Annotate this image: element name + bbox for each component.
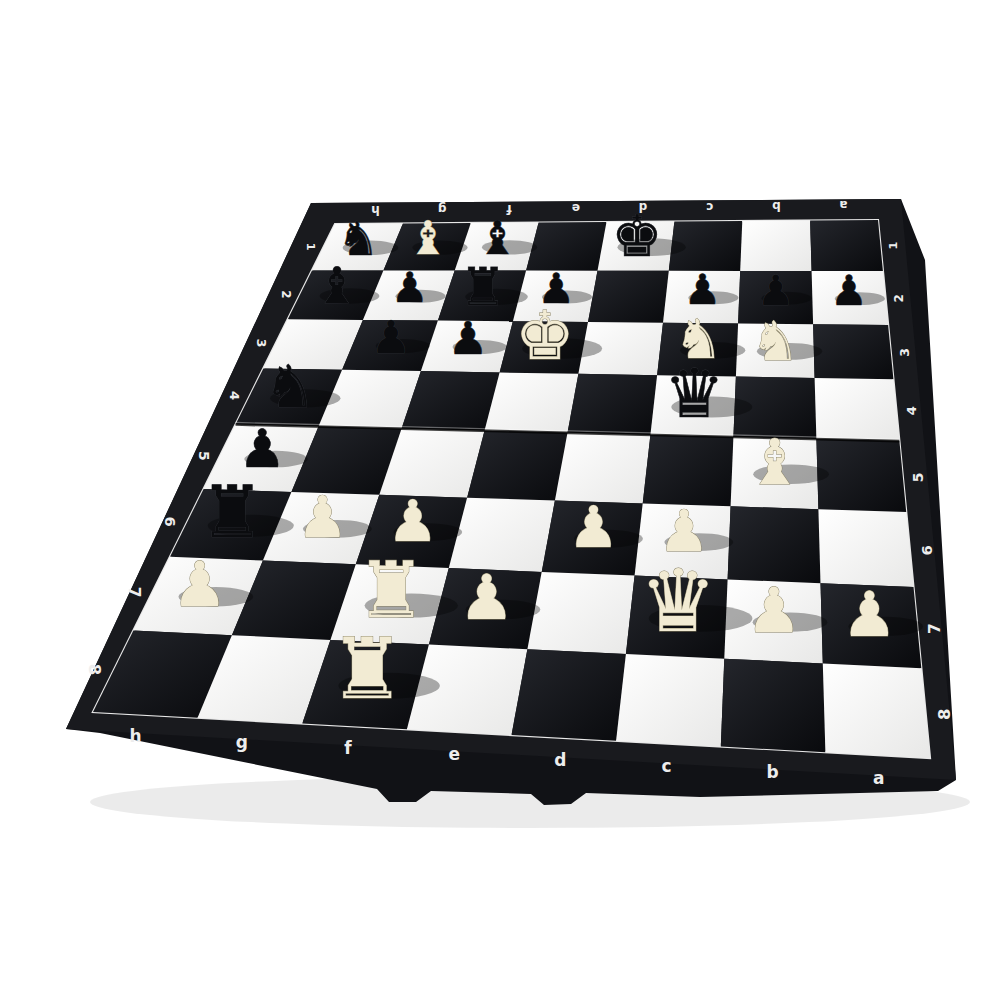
- square-d2: [588, 271, 669, 323]
- square-a8: [823, 663, 930, 758]
- square-a6: [818, 509, 913, 587]
- file-label-near-c: c: [661, 756, 672, 776]
- file-label-near-a: a: [873, 768, 885, 788]
- chessboard-photo: hhggffeeddccbbaa1122334455667788♞♝♝♚♝♟♜♟…: [0, 0, 1000, 1000]
- white-pawn-g6: ♟: [297, 484, 348, 551]
- white-pawn-e7: ♟: [459, 561, 515, 634]
- black-rook-h6: ♜: [200, 470, 264, 554]
- square-e5: [467, 431, 567, 501]
- rank-label-right-8: 8: [935, 708, 954, 720]
- white-king-e3: ♚: [515, 297, 575, 375]
- rank-label-right-3: 3: [897, 347, 912, 356]
- file-label-far-c: c: [706, 200, 714, 214]
- file-label-far-e: e: [571, 201, 580, 215]
- square-c8: [616, 654, 724, 747]
- rank-label-right-2: 2: [892, 294, 906, 303]
- file-label-near-b: b: [767, 762, 780, 782]
- black-knight-h4: ♞: [264, 352, 317, 421]
- black-pawn-g2: ♟: [391, 263, 428, 312]
- file-label-near-e: e: [448, 744, 460, 764]
- square-a1: [810, 220, 883, 271]
- white-knight-b3: ♞: [751, 310, 800, 373]
- black-pawn-a2: ♟: [830, 266, 867, 315]
- rank-label-left-5: 5: [196, 451, 212, 461]
- product-photo-stage: hhggffeeddccbbaa1122334455667788♞♝♝♚♝♟♜♟…: [0, 0, 1000, 1000]
- white-pawn-h7: ♟: [172, 548, 228, 621]
- black-king-d1: ♚: [611, 203, 662, 269]
- white-pawn-d6: ♟: [568, 494, 619, 561]
- square-b1: [740, 221, 811, 272]
- rank-label-left-2: 2: [279, 290, 293, 299]
- rank-label-left-1: 1: [304, 243, 317, 251]
- square-d8: [512, 649, 626, 741]
- file-label-near-h: h: [130, 726, 143, 746]
- rank-label-right-4: 4: [904, 406, 919, 416]
- white-bishop-g1: ♝: [407, 211, 448, 265]
- file-label-near-d: d: [554, 750, 567, 770]
- black-bishop-h2: ♝: [314, 257, 359, 315]
- black-pawn-c2: ♟: [684, 265, 721, 314]
- square-a4: [815, 378, 900, 441]
- black-rook-f2: ♜: [459, 256, 506, 317]
- rank-label-left-6: 6: [162, 517, 179, 528]
- square-d4: [568, 374, 658, 435]
- black-pawn-g3: ♟: [371, 311, 411, 364]
- rank-label-right-5: 5: [910, 472, 926, 482]
- white-pawn-b7: ♟: [746, 574, 802, 647]
- rank-label-right-7: 7: [926, 623, 944, 634]
- white-queen-c7: ♛: [639, 551, 716, 651]
- square-d7: [527, 572, 634, 654]
- square-a5: [816, 439, 906, 512]
- square-e4: [485, 373, 579, 433]
- file-label-near-g: g: [236, 732, 249, 752]
- rank-label-right-6: 6: [918, 545, 935, 556]
- rank-label-left-8: 8: [85, 664, 104, 676]
- file-label-near-f: f: [344, 738, 352, 758]
- square-b6: [728, 506, 821, 583]
- square-b8: [721, 659, 826, 753]
- white-bishop-b5: ♝: [746, 425, 803, 499]
- file-label-far-a: a: [839, 198, 848, 212]
- file-label-far-b: b: [772, 199, 781, 213]
- rank-label-left-3: 3: [254, 339, 269, 348]
- black-pawn-f3: ♟: [448, 312, 488, 365]
- white-pawn-a7: ♟: [842, 578, 898, 651]
- rank-label-right-1: 1: [887, 241, 900, 249]
- white-rook-f8: ♜: [329, 620, 405, 718]
- rank-label-left-4: 4: [227, 391, 242, 401]
- square-c5: [643, 435, 734, 506]
- black-queen-c4: ♛: [664, 354, 725, 433]
- square-d5: [555, 433, 651, 504]
- rank-label-left-7: 7: [125, 587, 143, 598]
- black-pawn-b2: ♟: [757, 266, 794, 315]
- square-a3: [813, 324, 893, 379]
